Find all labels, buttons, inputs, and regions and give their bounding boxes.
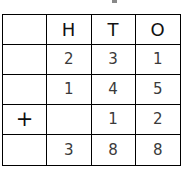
addition-table: H T O 2 3 1 1 4 5 + 1 2 3 8 8 [2, 14, 181, 166]
grid-cell-sum-ones: 8 [136, 135, 180, 165]
plus-sign-cell: + [3, 105, 47, 135]
grid-cell-r2-label [3, 75, 47, 105]
grid-cell-r3-hundreds [47, 105, 91, 135]
header-hundreds: H [47, 15, 91, 45]
worksheet: H T O 2 3 1 1 4 5 + 1 2 3 8 8 [0, 0, 184, 180]
grid-cell-r3-ones: 2 [136, 105, 180, 135]
grid-cell-r2-tens: 4 [92, 75, 136, 105]
grid-cell-r1-tens: 3 [92, 45, 136, 75]
grid-cell-r2-ones: 5 [136, 75, 180, 105]
grid-cell-sum-tens: 8 [92, 135, 136, 165]
corner-cell [3, 15, 47, 45]
grid-cell-r1-hundreds: 2 [47, 45, 91, 75]
grid-cell-r1-label [3, 45, 47, 75]
grid-cell-sum-label [3, 135, 47, 165]
grid-cell-r1-ones: 1 [136, 45, 180, 75]
grid-cell-r3-tens: 1 [92, 105, 136, 135]
header-tens: T [92, 15, 136, 45]
grid-cell-sum-hundreds: 3 [47, 135, 91, 165]
cropped-text-artifact [112, 0, 117, 3]
header-ones: O [136, 15, 180, 45]
grid-cell-r2-hundreds: 1 [47, 75, 91, 105]
